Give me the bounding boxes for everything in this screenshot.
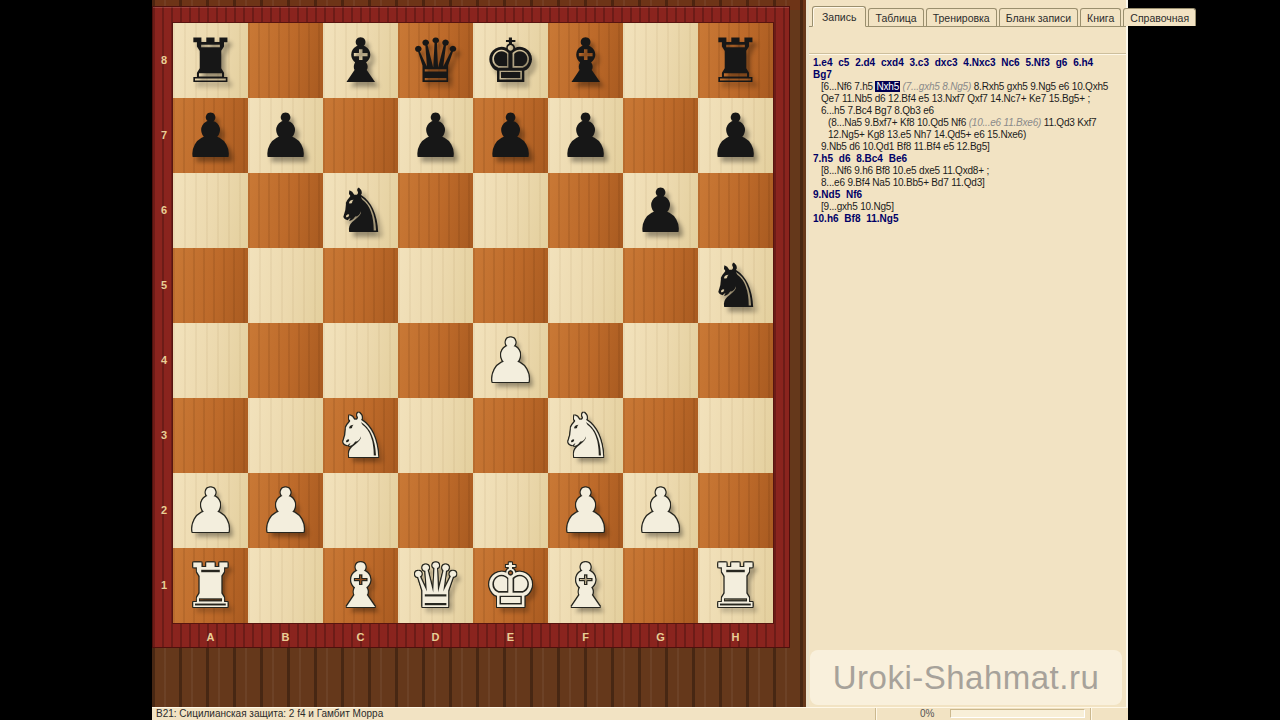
piece-black-pawn[interactable]: ♟: [483, 98, 538, 173]
square-f5[interactable]: [548, 248, 623, 323]
wooden-table: ♜♝♛♚♝♜♟♟♟♟♟♟♞♟♞♟♞♞♟♟♟♟♜♝♛♚♝♜ 87654321 AB…: [152, 0, 806, 707]
square-a8[interactable]: ♜: [173, 23, 248, 98]
notation-segment[interactable]: 12.Ng5+ Kg8 13.e5 Nh7 14.Qd5+ e6 15.Nxe6…: [828, 129, 1026, 140]
notation-segment[interactable]: (7...gxh5 8.Ng5): [903, 81, 972, 92]
square-e7[interactable]: ♟: [473, 98, 548, 173]
progress-bar: [950, 709, 1085, 718]
notation-line[interactable]: 9.Nd5 Nf6: [813, 189, 1122, 201]
piece-black-knight[interactable]: ♞: [708, 248, 763, 323]
rank-label-1: 1: [155, 548, 173, 623]
notation-line[interactable]: (8...Na5 9.Bxf7+ Kf8 10.Qd5 Nf6 (10...e6…: [813, 117, 1122, 129]
piece-white-knight[interactable]: ♞: [558, 398, 613, 473]
square-d2[interactable]: [398, 473, 473, 548]
tab-Тренировка[interactable]: Тренировка: [926, 8, 997, 26]
notation-line[interactable]: 9.Nb5 d6 10.Qd1 Bf8 11.Bf4 e5 12.Bg5]: [813, 141, 1122, 153]
square-e1[interactable]: ♚: [473, 548, 548, 623]
square-d3[interactable]: [398, 398, 473, 473]
opening-name: B21: Сицилианская защита: 2 f4 и Гамбит …: [156, 708, 383, 720]
notation-segment[interactable]: [6...Nf6 7.h5: [821, 81, 875, 92]
tab-Бланк записи[interactable]: Бланк записи: [999, 8, 1078, 26]
piece-black-pawn[interactable]: ♟: [633, 173, 688, 248]
notation-segment[interactable]: 11.Qd3 Kxf7: [1041, 117, 1096, 128]
square-g7[interactable]: [623, 98, 698, 173]
notation-panel: ЗаписьТаблицаТренировкаБланк записиКнига…: [806, 0, 1128, 707]
piece-black-pawn[interactable]: ♟: [183, 98, 238, 173]
square-f7[interactable]: ♟: [548, 98, 623, 173]
piece-black-pawn[interactable]: ♟: [558, 98, 613, 173]
piece-white-rook[interactable]: ♜: [708, 548, 763, 623]
piece-white-pawn[interactable]: ♟: [258, 473, 313, 548]
tab-Книга[interactable]: Книга: [1080, 8, 1121, 26]
square-c1[interactable]: ♝: [323, 548, 398, 623]
square-h7[interactable]: ♟: [698, 98, 773, 173]
square-f6[interactable]: [548, 173, 623, 248]
square-f2[interactable]: ♟: [548, 473, 623, 548]
square-f1[interactable]: ♝: [548, 548, 623, 623]
notation-segment[interactable]: Bg7: [813, 69, 832, 80]
piece-white-knight[interactable]: ♞: [333, 398, 388, 473]
square-g6[interactable]: ♟: [623, 173, 698, 248]
square-a3[interactable]: [173, 398, 248, 473]
notation-segment[interactable]: (8...Na5 9.Bxf7+ Kf8 10.Qd5 Nf6: [828, 117, 969, 128]
square-d4[interactable]: [398, 323, 473, 398]
piece-black-bishop[interactable]: ♝: [333, 23, 388, 98]
square-a7[interactable]: ♟: [173, 98, 248, 173]
square-d7[interactable]: ♟: [398, 98, 473, 173]
statusbar-divider: [1090, 708, 1091, 720]
square-e5[interactable]: [473, 248, 548, 323]
notation-line[interactable]: 12.Ng5+ Kg8 13.e5 Nh7 14.Qd5+ e6 15.Nxe6…: [813, 129, 1122, 141]
file-label-F: F: [548, 627, 623, 647]
square-e6[interactable]: [473, 173, 548, 248]
notation-line[interactable]: [8...Nf6 9.h6 Bf8 10.e5 dxe5 11.Qxd8+ ;: [813, 165, 1122, 177]
square-e4[interactable]: ♟: [473, 323, 548, 398]
piece-black-pawn[interactable]: ♟: [408, 98, 463, 173]
square-h6[interactable]: [698, 173, 773, 248]
square-g4[interactable]: [623, 323, 698, 398]
square-g3[interactable]: [623, 398, 698, 473]
square-e3[interactable]: [473, 398, 548, 473]
notation-segment[interactable]: [9...gxh5 10.Ng5]: [821, 201, 894, 212]
file-label-A: A: [173, 627, 248, 647]
rank-label-4: 4: [155, 323, 173, 398]
rank-label-6: 6: [155, 173, 173, 248]
square-c5[interactable]: [323, 248, 398, 323]
square-f3[interactable]: ♞: [548, 398, 623, 473]
chess-board[interactable]: ♜♝♛♚♝♜♟♟♟♟♟♟♞♟♞♟♞♞♟♟♟♟♜♝♛♚♝♜: [173, 23, 773, 623]
piece-white-pawn[interactable]: ♟: [558, 473, 613, 548]
piece-black-bishop[interactable]: ♝: [558, 23, 613, 98]
square-b6[interactable]: [248, 173, 323, 248]
file-label-E: E: [473, 627, 548, 647]
rank-label-5: 5: [155, 248, 173, 323]
piece-black-pawn[interactable]: ♟: [708, 98, 763, 173]
square-b2[interactable]: ♟: [248, 473, 323, 548]
file-label-C: C: [323, 627, 398, 647]
piece-white-pawn[interactable]: ♟: [633, 473, 688, 548]
square-f4[interactable]: [548, 323, 623, 398]
square-b5[interactable]: [248, 248, 323, 323]
square-b3[interactable]: [248, 398, 323, 473]
notation-segment[interactable]: Qe7 11.Nb5 d6 12.Bf4 e5 13.Nxf7 Qxf7 14.…: [821, 93, 1090, 104]
piece-white-king[interactable]: ♚: [483, 548, 538, 623]
square-d5[interactable]: [398, 248, 473, 323]
square-h3[interactable]: [698, 398, 773, 473]
notation-line[interactable]: 7.h5 d6 8.Bc4 Be6: [813, 153, 1122, 165]
square-c4[interactable]: [323, 323, 398, 398]
piece-black-rook[interactable]: ♜: [708, 23, 763, 98]
square-g2[interactable]: ♟: [623, 473, 698, 548]
current-move-highlight[interactable]: Nxh5: [875, 81, 900, 92]
square-g1[interactable]: [623, 548, 698, 623]
piece-white-bishop[interactable]: ♝: [558, 548, 613, 623]
square-a4[interactable]: [173, 323, 248, 398]
notation-segment[interactable]: 8...e6 9.Bf4 Na5 10.Bb5+ Bd7 11.Qd3]: [821, 177, 985, 188]
statusbar-divider: [875, 708, 876, 720]
tab-Справочная[interactable]: Справочная: [1123, 8, 1196, 26]
piece-white-pawn[interactable]: ♟: [183, 473, 238, 548]
watermark: Uroki-Shahmat.ru: [810, 650, 1122, 705]
piece-black-pawn[interactable]: ♟: [258, 98, 313, 173]
square-b7[interactable]: ♟: [248, 98, 323, 173]
notation-segment[interactable]: 7.h5 d6 8.Bc4 Be6: [813, 153, 907, 164]
piece-black-knight[interactable]: ♞: [333, 173, 388, 248]
notation-line[interactable]: Qe7 11.Nb5 d6 12.Bf4 e5 13.Nxf7 Qxf7 14.…: [813, 93, 1122, 105]
toolbar-strip: [809, 27, 1126, 54]
piece-white-queen[interactable]: ♛: [408, 548, 463, 623]
square-a5[interactable]: [173, 248, 248, 323]
piece-black-rook[interactable]: ♜: [183, 23, 238, 98]
square-g8[interactable]: [623, 23, 698, 98]
square-e8[interactable]: ♚: [473, 23, 548, 98]
square-d6[interactable]: [398, 173, 473, 248]
square-d1[interactable]: ♛: [398, 548, 473, 623]
progress-label: 0%: [920, 708, 934, 720]
tab-Запись[interactable]: Запись: [812, 6, 866, 27]
notation-segment[interactable]: 9.Nd5 Nf6: [813, 189, 862, 200]
square-c3[interactable]: ♞: [323, 398, 398, 473]
square-c2[interactable]: [323, 473, 398, 548]
square-b8[interactable]: [248, 23, 323, 98]
square-h5[interactable]: ♞: [698, 248, 773, 323]
notation-segment[interactable]: 1.e4 c5 2.d4 cxd4 3.c3 dxc3 4.Nxc3 Nc6 5…: [813, 57, 1093, 68]
status-bar: B21: Сицилианская защита: 2 f4 и Гамбит …: [152, 707, 1128, 720]
piece-white-pawn[interactable]: ♟: [483, 323, 538, 398]
notation-text: 1.e4 c5 2.d4 cxd4 3.c3 dxc3 4.Nxc3 Nc6 5…: [809, 54, 1126, 644]
notation-segment[interactable]: (10...e6 11.Bxe6): [969, 117, 1042, 128]
square-b4[interactable]: [248, 323, 323, 398]
piece-white-bishop[interactable]: ♝: [333, 548, 388, 623]
square-a6[interactable]: [173, 173, 248, 248]
square-h8[interactable]: ♜: [698, 23, 773, 98]
rank-label-7: 7: [155, 98, 173, 173]
notation-line[interactable]: [9...gxh5 10.Ng5]: [813, 201, 1122, 213]
file-label-H: H: [698, 627, 773, 647]
rank-label-2: 2: [155, 473, 173, 548]
notation-segment[interactable]: 8.Rxh5 gxh5 9.Ng5 e6 10.Qxh5: [971, 81, 1108, 92]
tab-bar: ЗаписьТаблицаТренировкаБланк записиКнига…: [809, 6, 1126, 27]
square-g5[interactable]: [623, 248, 698, 323]
piece-black-king[interactable]: ♚: [483, 23, 538, 98]
piece-black-queen[interactable]: ♛: [408, 23, 463, 98]
square-h2[interactable]: [698, 473, 773, 548]
app-screenshot: ♜♝♛♚♝♜♟♟♟♟♟♟♞♟♞♟♞♞♟♟♟♟♜♝♛♚♝♜ 87654321 AB…: [0, 0, 1280, 720]
notation-segment[interactable]: 9.Nb5 d6 10.Qd1 Bf8 11.Bf4 e5 12.Bg5]: [821, 141, 990, 152]
tab-Таблица[interactable]: Таблица: [868, 8, 923, 26]
board-frame: ♜♝♛♚♝♜♟♟♟♟♟♟♞♟♞♟♞♞♟♟♟♟♜♝♛♚♝♜ 87654321 AB…: [152, 6, 790, 648]
notation-line[interactable]: 8...e6 9.Bf4 Na5 10.Bb5+ Bd7 11.Qd3]: [813, 177, 1122, 189]
notation-segment[interactable]: 6...h5 7.Bc4 Bg7 8.Qb3 e6: [821, 105, 934, 116]
notation-line[interactable]: [6...Nf6 7.h5 Nxh5 (7...gxh5 8.Ng5) 8.Rx…: [813, 81, 1122, 93]
file-label-D: D: [398, 627, 473, 647]
square-c8[interactable]: ♝: [323, 23, 398, 98]
square-a1[interactable]: ♜: [173, 548, 248, 623]
square-e2[interactable]: [473, 473, 548, 548]
square-c7[interactable]: [323, 98, 398, 173]
rank-label-3: 3: [155, 398, 173, 473]
square-b1[interactable]: [248, 548, 323, 623]
notation-line[interactable]: 6...h5 7.Bc4 Bg7 8.Qb3 e6: [813, 105, 1122, 117]
piece-white-rook[interactable]: ♜: [183, 548, 238, 623]
square-f8[interactable]: ♝: [548, 23, 623, 98]
watermark-text: Uroki-Shahmat.ru: [833, 659, 1100, 697]
notation-line[interactable]: 1.e4 c5 2.d4 cxd4 3.c3 dxc3 4.Nxc3 Nc6 5…: [813, 57, 1122, 69]
square-h1[interactable]: ♜: [698, 548, 773, 623]
square-c6[interactable]: ♞: [323, 173, 398, 248]
file-label-B: B: [248, 627, 323, 647]
rank-label-8: 8: [155, 23, 173, 98]
square-d8[interactable]: ♛: [398, 23, 473, 98]
notation-segment[interactable]: [8...Nf6 9.h6 Bf8 10.e5 dxe5 11.Qxd8+ ;: [821, 165, 989, 176]
notation-line[interactable]: Bg7: [813, 69, 1122, 81]
file-label-G: G: [623, 627, 698, 647]
notation-line[interactable]: 10.h6 Bf8 11.Ng5: [813, 213, 1122, 225]
square-h4[interactable]: [698, 323, 773, 398]
square-a2[interactable]: ♟: [173, 473, 248, 548]
notation-segment[interactable]: 10.h6 Bf8 11.Ng5: [813, 213, 898, 224]
